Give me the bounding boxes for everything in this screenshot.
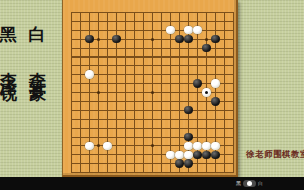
star-point [97, 91, 100, 94]
white-stone [202, 142, 211, 150]
black-stone [184, 133, 193, 141]
watermark-text: 徐老师围棋教室 [246, 149, 304, 161]
black-stone [85, 35, 94, 43]
white-stone [193, 26, 202, 34]
black-stone [112, 35, 121, 43]
black-stone [211, 35, 220, 43]
toggle-switch[interactable] [243, 180, 256, 187]
white-stone [85, 142, 94, 150]
star-point [151, 144, 154, 147]
white-stone [166, 151, 175, 159]
black-stone [193, 79, 202, 87]
star-point [97, 144, 100, 147]
toggle-white-label: 白 [258, 180, 263, 187]
star-point [151, 91, 154, 94]
black-color-label: 黑 [0, 26, 17, 44]
white-player-name: 李轩豪 [25, 58, 49, 76]
white-player-caption: 白 李轩豪 [25, 26, 49, 76]
black-stone [175, 159, 184, 167]
black-player-name: 李泽锐 [0, 58, 20, 76]
white-stone [184, 142, 193, 150]
white-stone [184, 151, 193, 159]
go-board-grid [67, 8, 238, 177]
black-stone [202, 44, 211, 52]
white-stone [184, 26, 193, 34]
player-control-bar: 黑 白 [0, 177, 304, 190]
white-stone [211, 79, 220, 87]
black-stone [184, 159, 193, 167]
video-frame: 黑 李泽锐 白 李轩豪 徐老师围棋教室 黑 白 [0, 0, 304, 190]
white-stone [211, 142, 220, 150]
black-stone [202, 151, 211, 159]
black-player-caption: 黑 李泽锐 [0, 26, 20, 76]
black-stone [211, 97, 220, 105]
toggle-black-label: 黑 [236, 180, 241, 187]
black-stone [211, 151, 220, 159]
white-stone [175, 151, 184, 159]
black-white-toggle[interactable]: 黑 白 [236, 180, 263, 187]
black-stone [184, 106, 193, 114]
white-stone [166, 26, 175, 34]
star-point [151, 38, 154, 41]
star-point [205, 38, 208, 41]
black-stone [184, 35, 193, 43]
white-stone [202, 88, 211, 96]
go-board [62, 0, 238, 177]
black-stone [193, 151, 202, 159]
white-stone [103, 142, 112, 150]
black-stone [175, 35, 184, 43]
toggle-knob-icon [247, 181, 252, 186]
white-stone [193, 142, 202, 150]
star-point [97, 38, 100, 41]
last-move-marker [205, 91, 208, 94]
white-color-label: 白 [29, 26, 46, 44]
white-stone [85, 70, 94, 78]
